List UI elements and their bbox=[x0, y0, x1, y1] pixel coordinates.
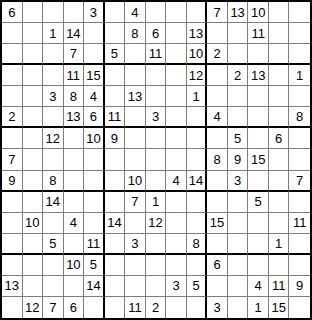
sudoku-given-cell: 10 bbox=[248, 2, 269, 23]
sudoku-empty-cell[interactable] bbox=[43, 149, 64, 170]
sudoku-empty-cell[interactable] bbox=[43, 44, 64, 65]
sudoku-empty-cell[interactable] bbox=[105, 65, 126, 86]
sudoku-empty-cell[interactable] bbox=[269, 213, 290, 234]
sudoku-empty-cell[interactable] bbox=[125, 255, 146, 276]
sudoku-empty-cell[interactable] bbox=[269, 2, 290, 23]
sudoku-given-cell: 4 bbox=[166, 171, 187, 192]
sudoku-given-cell: 3 bbox=[43, 86, 64, 107]
sudoku-empty-cell[interactable] bbox=[228, 107, 249, 128]
sudoku-empty-cell[interactable] bbox=[269, 86, 290, 107]
sudoku-empty-cell[interactable] bbox=[166, 213, 187, 234]
sudoku-given-cell: 8 bbox=[207, 149, 228, 170]
sudoku-empty-cell[interactable] bbox=[84, 297, 105, 318]
sudoku-empty-cell[interactable] bbox=[187, 297, 208, 318]
sudoku-empty-cell[interactable] bbox=[228, 276, 249, 297]
sudoku-empty-cell[interactable] bbox=[125, 213, 146, 234]
sudoku-empty-cell[interactable] bbox=[248, 128, 269, 149]
sudoku-given-cell: 3 bbox=[146, 107, 167, 128]
sudoku-empty-cell[interactable] bbox=[289, 86, 310, 107]
sudoku-empty-cell[interactable] bbox=[228, 213, 249, 234]
sudoku-empty-cell[interactable] bbox=[187, 255, 208, 276]
sudoku-given-cell: 9 bbox=[289, 276, 310, 297]
sudoku-empty-cell[interactable] bbox=[166, 128, 187, 149]
sudoku-empty-cell[interactable] bbox=[23, 276, 44, 297]
sudoku-empty-cell[interactable] bbox=[166, 107, 187, 128]
sudoku-given-cell: 11 bbox=[125, 297, 146, 318]
sudoku-given-cell: 11 bbox=[289, 213, 310, 234]
sudoku-empty-cell[interactable] bbox=[269, 255, 290, 276]
sudoku-given-cell: 6 bbox=[2, 2, 23, 23]
sudoku-empty-cell[interactable] bbox=[125, 107, 146, 128]
sudoku-given-cell: 11 bbox=[64, 65, 85, 86]
sudoku-given-cell: 15 bbox=[248, 149, 269, 170]
sudoku-empty-cell[interactable] bbox=[166, 23, 187, 44]
sudoku-empty-cell[interactable] bbox=[23, 44, 44, 65]
sudoku-given-cell: 15 bbox=[84, 65, 105, 86]
sudoku-empty-cell[interactable] bbox=[105, 171, 126, 192]
sudoku-given-cell: 5 bbox=[187, 276, 208, 297]
sudoku-given-cell: 2 bbox=[228, 65, 249, 86]
sudoku-empty-cell[interactable] bbox=[23, 23, 44, 44]
sudoku-empty-cell[interactable] bbox=[207, 234, 228, 255]
sudoku-empty-cell[interactable] bbox=[228, 255, 249, 276]
sudoku-empty-cell[interactable] bbox=[207, 171, 228, 192]
sudoku-empty-cell[interactable] bbox=[105, 23, 126, 44]
sudoku-given-cell: 2 bbox=[146, 297, 167, 318]
sudoku-empty-cell[interactable] bbox=[84, 44, 105, 65]
sudoku-empty-cell[interactable] bbox=[2, 234, 23, 255]
sudoku-given-cell: 12 bbox=[43, 128, 64, 149]
sudoku-given-cell: 13 bbox=[125, 86, 146, 107]
sudoku-empty-cell[interactable] bbox=[43, 213, 64, 234]
sudoku-empty-cell[interactable] bbox=[228, 297, 249, 318]
sudoku-given-cell: 7 bbox=[43, 297, 64, 318]
sudoku-empty-cell[interactable] bbox=[187, 149, 208, 170]
sudoku-empty-cell[interactable] bbox=[166, 2, 187, 23]
sudoku-given-cell: 14 bbox=[187, 171, 208, 192]
sudoku-given-cell: 5 bbox=[43, 234, 64, 255]
sudoku-empty-cell[interactable] bbox=[187, 2, 208, 23]
sudoku-empty-cell[interactable] bbox=[2, 213, 23, 234]
sudoku-empty-cell[interactable] bbox=[166, 192, 187, 213]
sudoku-given-cell: 8 bbox=[64, 86, 85, 107]
sudoku-empty-cell[interactable] bbox=[166, 149, 187, 170]
sudoku-given-cell: 3 bbox=[166, 276, 187, 297]
sudoku-empty-cell[interactable] bbox=[23, 2, 44, 23]
sudoku-empty-cell[interactable] bbox=[248, 234, 269, 255]
sudoku-given-cell: 14 bbox=[105, 213, 126, 234]
sudoku-empty-cell[interactable] bbox=[269, 23, 290, 44]
sudoku-empty-cell[interactable] bbox=[228, 44, 249, 65]
sudoku-empty-cell[interactable] bbox=[64, 171, 85, 192]
sudoku-empty-cell[interactable] bbox=[43, 65, 64, 86]
sudoku-empty-cell[interactable] bbox=[43, 276, 64, 297]
sudoku-empty-cell[interactable] bbox=[269, 44, 290, 65]
sudoku-given-cell: 6 bbox=[146, 23, 167, 44]
sudoku-empty-cell[interactable] bbox=[84, 149, 105, 170]
sudoku-given-cell: 6 bbox=[84, 107, 105, 128]
sudoku-empty-cell[interactable] bbox=[43, 107, 64, 128]
sudoku-given-cell: 3 bbox=[125, 234, 146, 255]
sudoku-empty-cell[interactable] bbox=[269, 107, 290, 128]
sudoku-empty-cell[interactable] bbox=[105, 192, 126, 213]
sudoku-empty-cell[interactable] bbox=[187, 192, 208, 213]
sudoku-empty-cell[interactable] bbox=[248, 86, 269, 107]
sudoku-empty-cell[interactable] bbox=[187, 128, 208, 149]
sudoku-empty-cell[interactable] bbox=[289, 255, 310, 276]
sudoku-given-cell: 2 bbox=[207, 44, 228, 65]
sudoku-empty-cell[interactable] bbox=[64, 192, 85, 213]
sudoku-empty-cell[interactable] bbox=[269, 192, 290, 213]
sudoku-empty-cell[interactable] bbox=[289, 149, 310, 170]
sudoku-empty-cell[interactable] bbox=[248, 107, 269, 128]
sudoku-empty-cell[interactable] bbox=[289, 23, 310, 44]
sudoku-given-cell: 14 bbox=[64, 23, 85, 44]
sudoku-given-cell: 1 bbox=[248, 297, 269, 318]
sudoku-empty-cell[interactable] bbox=[23, 149, 44, 170]
sudoku-given-cell: 8 bbox=[43, 171, 64, 192]
sudoku-given-cell: 10 bbox=[125, 171, 146, 192]
sudoku-empty-cell[interactable] bbox=[105, 297, 126, 318]
sudoku-empty-cell[interactable] bbox=[228, 23, 249, 44]
sudoku-given-cell: 7 bbox=[207, 2, 228, 23]
sudoku-empty-cell[interactable] bbox=[23, 234, 44, 255]
sudoku-empty-cell[interactable] bbox=[269, 149, 290, 170]
sudoku-empty-cell[interactable] bbox=[146, 86, 167, 107]
sudoku-empty-cell[interactable] bbox=[166, 297, 187, 318]
sudoku-empty-cell[interactable] bbox=[2, 255, 23, 276]
sudoku-empty-cell[interactable] bbox=[207, 128, 228, 149]
sudoku-empty-cell[interactable] bbox=[289, 2, 310, 23]
sudoku-given-cell: 10 bbox=[84, 128, 105, 149]
sudoku-given-cell: 14 bbox=[43, 192, 64, 213]
sudoku-empty-cell[interactable] bbox=[2, 297, 23, 318]
sudoku-empty-cell[interactable] bbox=[166, 44, 187, 65]
sudoku-empty-cell[interactable] bbox=[23, 86, 44, 107]
sudoku-empty-cell[interactable] bbox=[23, 107, 44, 128]
sudoku-empty-cell[interactable] bbox=[207, 276, 228, 297]
sudoku-empty-cell[interactable] bbox=[125, 128, 146, 149]
sudoku-empty-cell[interactable] bbox=[105, 2, 126, 23]
sudoku-empty-cell[interactable] bbox=[228, 234, 249, 255]
sudoku-given-cell: 13 bbox=[248, 65, 269, 86]
sudoku-given-cell: 5 bbox=[228, 128, 249, 149]
sudoku-empty-cell[interactable] bbox=[207, 192, 228, 213]
sudoku-given-cell: 13 bbox=[228, 2, 249, 23]
sudoku-given-cell: 10 bbox=[23, 213, 44, 234]
sudoku-empty-cell[interactable] bbox=[146, 65, 167, 86]
sudoku-board: 6347131011486131175111021115122131384131… bbox=[0, 0, 312, 320]
sudoku-given-cell: 1 bbox=[146, 192, 167, 213]
sudoku-empty-cell[interactable] bbox=[84, 171, 105, 192]
sudoku-empty-cell[interactable] bbox=[84, 213, 105, 234]
sudoku-empty-cell[interactable] bbox=[228, 86, 249, 107]
sudoku-empty-cell[interactable] bbox=[146, 234, 167, 255]
sudoku-empty-cell[interactable] bbox=[146, 2, 167, 23]
sudoku-given-cell: 5 bbox=[105, 44, 126, 65]
sudoku-empty-cell[interactable] bbox=[248, 44, 269, 65]
sudoku-given-cell: 12 bbox=[146, 213, 167, 234]
sudoku-given-cell: 12 bbox=[23, 297, 44, 318]
sudoku-empty-cell[interactable] bbox=[207, 65, 228, 86]
sudoku-empty-cell[interactable] bbox=[23, 65, 44, 86]
sudoku-given-cell: 13 bbox=[2, 276, 23, 297]
sudoku-given-cell: 4 bbox=[125, 2, 146, 23]
sudoku-empty-cell[interactable] bbox=[125, 149, 146, 170]
sudoku-given-cell: 11 bbox=[146, 44, 167, 65]
sudoku-empty-cell[interactable] bbox=[146, 128, 167, 149]
sudoku-given-cell: 13 bbox=[64, 107, 85, 128]
sudoku-empty-cell[interactable] bbox=[84, 192, 105, 213]
sudoku-empty-cell[interactable] bbox=[2, 44, 23, 65]
sudoku-empty-cell[interactable] bbox=[289, 192, 310, 213]
sudoku-empty-cell[interactable] bbox=[23, 128, 44, 149]
sudoku-given-cell: 11 bbox=[248, 23, 269, 44]
sudoku-empty-cell[interactable] bbox=[166, 86, 187, 107]
sudoku-empty-cell[interactable] bbox=[105, 149, 126, 170]
sudoku-given-cell: 11 bbox=[84, 234, 105, 255]
sudoku-empty-cell[interactable] bbox=[207, 23, 228, 44]
sudoku-empty-cell[interactable] bbox=[43, 2, 64, 23]
sudoku-given-cell: 1 bbox=[289, 65, 310, 86]
sudoku-empty-cell[interactable] bbox=[146, 276, 167, 297]
sudoku-empty-cell[interactable] bbox=[2, 23, 23, 44]
sudoku-given-cell: 10 bbox=[64, 255, 85, 276]
sudoku-given-cell: 2 bbox=[2, 107, 23, 128]
sudoku-empty-cell[interactable] bbox=[105, 255, 126, 276]
sudoku-empty-cell[interactable] bbox=[166, 65, 187, 86]
sudoku-empty-cell[interactable] bbox=[2, 128, 23, 149]
sudoku-given-cell: 8 bbox=[187, 234, 208, 255]
sudoku-empty-cell[interactable] bbox=[23, 255, 44, 276]
sudoku-given-cell: 4 bbox=[207, 107, 228, 128]
sudoku-given-cell: 3 bbox=[228, 171, 249, 192]
sudoku-given-cell: 7 bbox=[125, 192, 146, 213]
sudoku-given-cell: 14 bbox=[84, 276, 105, 297]
sudoku-given-cell: 13 bbox=[187, 23, 208, 44]
sudoku-empty-cell[interactable] bbox=[248, 255, 269, 276]
sudoku-given-cell: 9 bbox=[2, 171, 23, 192]
sudoku-empty-cell[interactable] bbox=[146, 149, 167, 170]
sudoku-given-cell: 7 bbox=[2, 149, 23, 170]
sudoku-empty-cell[interactable] bbox=[289, 297, 310, 318]
sudoku-given-cell: 6 bbox=[207, 255, 228, 276]
sudoku-given-cell: 8 bbox=[125, 23, 146, 44]
sudoku-empty-cell[interactable] bbox=[84, 23, 105, 44]
sudoku-empty-cell[interactable] bbox=[2, 86, 23, 107]
sudoku-given-cell: 7 bbox=[64, 44, 85, 65]
sudoku-given-cell: 4 bbox=[248, 276, 269, 297]
sudoku-empty-cell[interactable] bbox=[269, 65, 290, 86]
sudoku-empty-cell[interactable] bbox=[125, 276, 146, 297]
sudoku-empty-cell[interactable] bbox=[64, 234, 85, 255]
sudoku-empty-cell[interactable] bbox=[2, 192, 23, 213]
sudoku-empty-cell[interactable] bbox=[105, 276, 126, 297]
sudoku-empty-cell[interactable] bbox=[105, 234, 126, 255]
sudoku-empty-cell[interactable] bbox=[146, 255, 167, 276]
sudoku-empty-cell[interactable] bbox=[269, 171, 290, 192]
sudoku-given-cell: 12 bbox=[187, 65, 208, 86]
sudoku-given-cell: 11 bbox=[269, 276, 290, 297]
sudoku-empty-cell[interactable] bbox=[228, 192, 249, 213]
sudoku-given-cell: 15 bbox=[207, 213, 228, 234]
sudoku-given-cell: 6 bbox=[64, 297, 85, 318]
sudoku-empty-cell[interactable] bbox=[289, 44, 310, 65]
sudoku-given-cell: 1 bbox=[269, 234, 290, 255]
sudoku-empty-cell[interactable] bbox=[207, 86, 228, 107]
sudoku-given-cell: 8 bbox=[289, 107, 310, 128]
sudoku-empty-cell[interactable] bbox=[187, 213, 208, 234]
sudoku-empty-cell[interactable] bbox=[64, 149, 85, 170]
sudoku-empty-cell[interactable] bbox=[23, 171, 44, 192]
sudoku-empty-cell[interactable] bbox=[187, 107, 208, 128]
sudoku-given-cell: 4 bbox=[84, 86, 105, 107]
sudoku-given-cell: 5 bbox=[84, 255, 105, 276]
sudoku-empty-cell[interactable] bbox=[105, 86, 126, 107]
sudoku-empty-cell[interactable] bbox=[125, 44, 146, 65]
sudoku-given-cell: 6 bbox=[269, 128, 290, 149]
sudoku-given-cell: 3 bbox=[84, 2, 105, 23]
sudoku-given-cell: 15 bbox=[269, 297, 290, 318]
sudoku-given-cell: 3 bbox=[207, 297, 228, 318]
sudoku-given-cell: 7 bbox=[289, 171, 310, 192]
sudoku-empty-cell[interactable] bbox=[64, 128, 85, 149]
sudoku-puzzle: 6347131011486131175111021115122131384131… bbox=[0, 0, 312, 320]
sudoku-given-cell: 9 bbox=[228, 149, 249, 170]
sudoku-empty-cell[interactable] bbox=[2, 65, 23, 86]
sudoku-given-cell: 9 bbox=[105, 128, 126, 149]
sudoku-empty-cell[interactable] bbox=[289, 128, 310, 149]
sudoku-empty-cell[interactable] bbox=[23, 192, 44, 213]
sudoku-given-cell: 4 bbox=[64, 213, 85, 234]
sudoku-given-cell: 1 bbox=[187, 86, 208, 107]
sudoku-empty-cell[interactable] bbox=[43, 255, 64, 276]
sudoku-empty-cell[interactable] bbox=[166, 234, 187, 255]
sudoku-given-cell: 10 bbox=[187, 44, 208, 65]
sudoku-empty-cell[interactable] bbox=[64, 2, 85, 23]
sudoku-empty-cell[interactable] bbox=[289, 234, 310, 255]
sudoku-empty-cell[interactable] bbox=[248, 213, 269, 234]
sudoku-given-cell: 1 bbox=[43, 23, 64, 44]
sudoku-empty-cell[interactable] bbox=[166, 255, 187, 276]
sudoku-empty-cell[interactable] bbox=[64, 276, 85, 297]
sudoku-empty-cell[interactable] bbox=[125, 65, 146, 86]
sudoku-given-cell: 11 bbox=[105, 107, 126, 128]
sudoku-empty-cell[interactable] bbox=[146, 171, 167, 192]
sudoku-given-cell: 5 bbox=[248, 192, 269, 213]
sudoku-empty-cell[interactable] bbox=[248, 171, 269, 192]
